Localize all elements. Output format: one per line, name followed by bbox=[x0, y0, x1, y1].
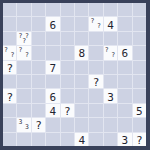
cell-r2c3[interactable] bbox=[32, 17, 45, 30]
cell-value: ? bbox=[93, 77, 100, 88]
cell-r9c4[interactable] bbox=[46, 118, 59, 131]
cell-r3c10[interactable] bbox=[133, 32, 146, 45]
cell-r2c5[interactable] bbox=[61, 17, 74, 30]
cell-r8c4[interactable]: 4 bbox=[46, 104, 59, 117]
cell-r4c10[interactable] bbox=[133, 46, 146, 59]
cell-r7c10[interactable] bbox=[133, 89, 146, 102]
cell-r3c5[interactable] bbox=[61, 32, 74, 45]
pencil-mark: ? bbox=[90, 18, 94, 25]
cell-value: ? bbox=[6, 91, 13, 102]
cell-value: 7 bbox=[50, 62, 57, 73]
cell-r5c9[interactable] bbox=[118, 61, 131, 74]
pencil-mark: ? bbox=[25, 52, 29, 59]
cell-r6c8[interactable] bbox=[104, 75, 117, 88]
cell-r5c8[interactable] bbox=[104, 61, 117, 74]
cell-r7c4[interactable]: 6 bbox=[46, 89, 59, 102]
puzzle-grid: 6??4???????8??6?7??634?533?43? bbox=[3, 3, 146, 146]
pencil-mark: 3 bbox=[18, 119, 22, 126]
cell-r7c6[interactable] bbox=[75, 89, 88, 102]
cell-r8c6[interactable] bbox=[75, 104, 88, 117]
cell-r8c5[interactable]: ? bbox=[61, 104, 74, 117]
cell-r4c3[interactable] bbox=[32, 46, 45, 59]
cell-value: 4 bbox=[107, 19, 114, 30]
cell-value: 6 bbox=[122, 48, 129, 59]
cell-r5c4[interactable]: 7 bbox=[46, 61, 59, 74]
cell-r6c7[interactable]: ? bbox=[89, 75, 102, 88]
cell-value: 6 bbox=[50, 19, 57, 30]
cell-r6c6[interactable] bbox=[75, 75, 88, 88]
cell-r3c3[interactable] bbox=[32, 32, 45, 45]
pencil-mark: ? bbox=[10, 52, 14, 59]
cell-r5c5[interactable] bbox=[61, 61, 74, 74]
pencil-mark: 3 bbox=[25, 124, 29, 131]
cell-r3c8[interactable] bbox=[104, 32, 117, 45]
cell-r5c1[interactable]: ? bbox=[3, 61, 16, 74]
cell-r10c6[interactable]: 4 bbox=[75, 133, 88, 146]
cell-r5c6[interactable] bbox=[75, 61, 88, 74]
cell-value: ? bbox=[6, 62, 13, 73]
cell-value: ? bbox=[64, 105, 71, 116]
cell-r1c8[interactable] bbox=[104, 3, 117, 16]
cell-r5c2[interactable] bbox=[17, 61, 30, 74]
cell-r4c4[interactable] bbox=[46, 46, 59, 59]
cell-r7c1[interactable]: ? bbox=[3, 89, 16, 102]
pencil-mark: ? bbox=[4, 47, 8, 54]
cell-r8c7[interactable] bbox=[89, 104, 102, 117]
cell-r9c6[interactable] bbox=[75, 118, 88, 131]
cell-r9c8[interactable] bbox=[104, 118, 117, 131]
cell-r9c5[interactable] bbox=[61, 118, 74, 131]
cell-r4c1[interactable]: ?? bbox=[3, 46, 16, 59]
cell-r1c4[interactable] bbox=[46, 3, 59, 16]
cell-r6c5[interactable] bbox=[61, 75, 74, 88]
cell-r8c3[interactable] bbox=[32, 104, 45, 117]
cell-r2c1[interactable] bbox=[3, 17, 16, 30]
cell-r1c3[interactable] bbox=[32, 3, 45, 16]
cell-r2c9[interactable] bbox=[118, 17, 131, 30]
cell-r6c10[interactable] bbox=[133, 75, 146, 88]
cell-r3c9[interactable] bbox=[118, 32, 131, 45]
cell-r4c8[interactable]: ?? bbox=[104, 46, 117, 59]
cell-r10c2[interactable] bbox=[17, 133, 30, 146]
cell-r7c2[interactable] bbox=[17, 89, 30, 102]
cell-r4c6[interactable]: 8 bbox=[75, 46, 88, 59]
cell-r5c7[interactable] bbox=[89, 61, 102, 74]
cell-r3c1[interactable] bbox=[3, 32, 16, 45]
cell-r7c8[interactable]: 3 bbox=[104, 89, 117, 102]
cell-value: 3 bbox=[122, 134, 129, 145]
pencil-mark: ? bbox=[111, 52, 115, 59]
cell-r1c2[interactable] bbox=[17, 3, 30, 16]
cell-r3c7[interactable] bbox=[89, 32, 102, 45]
cell-value: 5 bbox=[136, 105, 143, 116]
cell-r6c4[interactable] bbox=[46, 75, 59, 88]
pencil-mark: ? bbox=[18, 47, 22, 54]
cell-value: 8 bbox=[78, 48, 85, 59]
cell-value: ? bbox=[136, 134, 143, 145]
cell-r5c3[interactable] bbox=[32, 61, 45, 74]
puzzle-board: 6??4???????8??6?7??634?533?43? bbox=[0, 0, 150, 150]
cell-r7c7[interactable] bbox=[89, 89, 102, 102]
cell-r6c3[interactable] bbox=[32, 75, 45, 88]
cell-r10c7[interactable] bbox=[89, 133, 102, 146]
cell-r8c9[interactable] bbox=[118, 104, 131, 117]
cell-value: ? bbox=[35, 120, 42, 131]
cell-r4c7[interactable] bbox=[89, 46, 102, 59]
cell-r3c6[interactable] bbox=[75, 32, 88, 45]
cell-r10c9[interactable]: 3 bbox=[118, 133, 131, 146]
cell-r2c7[interactable]: ?? bbox=[89, 17, 102, 30]
cell-value: 4 bbox=[50, 105, 57, 116]
cell-r1c1[interactable] bbox=[3, 3, 16, 16]
cell-r2c2[interactable] bbox=[17, 17, 30, 30]
cell-r5c10[interactable] bbox=[133, 61, 146, 74]
cell-r2c6[interactable] bbox=[75, 17, 88, 30]
cell-r1c6[interactable] bbox=[75, 3, 88, 16]
cell-r1c5[interactable] bbox=[61, 3, 74, 16]
cell-r10c4[interactable] bbox=[46, 133, 59, 146]
cell-r7c9[interactable] bbox=[118, 89, 131, 102]
cell-r9c10[interactable] bbox=[133, 118, 146, 131]
cell-r10c5[interactable] bbox=[61, 133, 74, 146]
cell-r10c3[interactable] bbox=[32, 133, 45, 146]
cell-r4c5[interactable] bbox=[61, 46, 74, 59]
cell-r10c1[interactable] bbox=[3, 133, 16, 146]
cell-r6c2[interactable] bbox=[17, 75, 30, 88]
cell-r2c8[interactable]: 4 bbox=[104, 17, 117, 30]
cell-r8c8[interactable] bbox=[104, 104, 117, 117]
cell-r2c4[interactable]: 6 bbox=[46, 17, 59, 30]
cell-r8c1[interactable] bbox=[3, 104, 16, 117]
cell-r2c10[interactable] bbox=[133, 17, 146, 30]
pencil-mark: ? bbox=[22, 38, 26, 45]
cell-r3c2[interactable]: ??? bbox=[17, 32, 30, 45]
cell-value: 4 bbox=[78, 134, 85, 145]
cell-r9c1[interactable] bbox=[3, 118, 16, 131]
cell-r6c9[interactable] bbox=[118, 75, 131, 88]
cell-r4c9[interactable]: 6 bbox=[118, 46, 131, 59]
pencil-mark: ? bbox=[97, 23, 101, 30]
cell-r3c4[interactable] bbox=[46, 32, 59, 45]
cell-r7c5[interactable] bbox=[61, 89, 74, 102]
cell-r10c8[interactable] bbox=[104, 133, 117, 146]
cell-r10c10[interactable]: ? bbox=[133, 133, 146, 146]
cell-r1c10[interactable] bbox=[133, 3, 146, 16]
cell-r8c10[interactable]: 5 bbox=[133, 104, 146, 117]
cell-r9c9[interactable] bbox=[118, 118, 131, 131]
cell-r6c1[interactable] bbox=[3, 75, 16, 88]
cell-r4c2[interactable]: ?? bbox=[17, 46, 30, 59]
cell-r9c7[interactable] bbox=[89, 118, 102, 131]
cell-r1c7[interactable] bbox=[89, 3, 102, 16]
cell-r9c2[interactable]: 33 bbox=[17, 118, 30, 131]
cell-r1c9[interactable] bbox=[118, 3, 131, 16]
pencil-mark: ? bbox=[105, 47, 109, 54]
cell-r9c3[interactable]: ? bbox=[32, 118, 45, 131]
cell-r7c3[interactable] bbox=[32, 89, 45, 102]
cell-value: 3 bbox=[107, 91, 114, 102]
cell-r8c2[interactable] bbox=[17, 104, 30, 117]
cell-value: 6 bbox=[50, 91, 57, 102]
